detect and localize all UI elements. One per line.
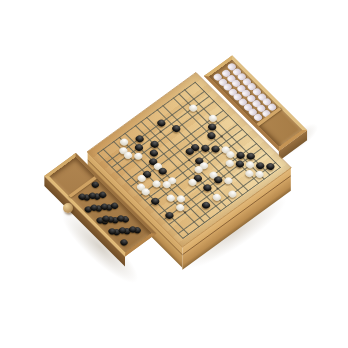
- black-stone[interactable]: [235, 150, 246, 160]
- black-stone[interactable]: [200, 200, 211, 210]
- white-stone[interactable]: [211, 192, 222, 202]
- black-stone[interactable]: [265, 161, 276, 171]
- white-stone[interactable]: [175, 194, 186, 204]
- black-stone[interactable]: [245, 151, 256, 161]
- black-stone[interactable]: [202, 183, 213, 193]
- black-stone[interactable]: [149, 139, 160, 149]
- white-stone[interactable]: [207, 113, 218, 123]
- black-stone[interactable]: [150, 196, 161, 206]
- black-stone[interactable]: [207, 122, 218, 132]
- black-stone[interactable]: [156, 118, 167, 128]
- white-stone[interactable]: [188, 103, 199, 113]
- white-stone[interactable]: [119, 137, 130, 147]
- black-stone[interactable]: [234, 159, 245, 169]
- black-stone[interactable]: [200, 143, 211, 153]
- star-point: [159, 130, 162, 133]
- go-set-scene: [0, 0, 348, 348]
- black-stone[interactable]: [148, 148, 159, 158]
- white-stone[interactable]: [245, 160, 256, 170]
- white-stone[interactable]: [223, 176, 234, 186]
- black-stone[interactable]: [164, 210, 175, 220]
- black-stone[interactable]: [210, 144, 221, 154]
- black-stone[interactable]: [255, 161, 266, 171]
- star-point: [216, 187, 219, 190]
- black-stone[interactable]: [134, 134, 145, 144]
- white-stone[interactable]: [133, 151, 144, 161]
- white-stone[interactable]: [224, 158, 235, 168]
- star-point: [188, 158, 191, 161]
- white-stone[interactable]: [227, 189, 238, 199]
- black-stone[interactable]: [133, 142, 144, 152]
- black-stone[interactable]: [171, 123, 182, 133]
- black-stone[interactable]: [206, 130, 217, 140]
- tray-stone-black[interactable]: [119, 238, 129, 247]
- white-stone[interactable]: [254, 169, 265, 179]
- left-drawer-knob[interactable]: [63, 203, 73, 213]
- star-point: [184, 211, 187, 214]
- white-stone[interactable]: [165, 193, 176, 203]
- star-point: [220, 135, 223, 138]
- white-stone[interactable]: [151, 179, 162, 189]
- white-stone[interactable]: [244, 168, 255, 178]
